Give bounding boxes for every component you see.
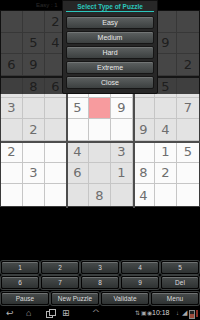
sudoku-app-screen: Easy : 1 25496928653597294243153618284 S… <box>0 0 200 320</box>
cell-r8c7[interactable]: 8 <box>133 163 155 185</box>
usb-icon: ⇅ <box>135 306 140 320</box>
cell-r6c8[interactable]: 4 <box>155 119 177 141</box>
action-button-menu[interactable]: Menu <box>151 292 199 305</box>
dialog-title: Select Type of Puzzle <box>63 3 157 10</box>
key-2[interactable]: 2 <box>41 261 79 274</box>
cell-r5c9[interactable]: 7 <box>177 98 199 120</box>
keypad-row-2: 6789Del <box>1 276 199 289</box>
cell-r7c6[interactable]: 3 <box>111 141 133 163</box>
dialog-title-divider <box>66 11 154 12</box>
cell-r7c8[interactable]: 1 <box>155 141 177 163</box>
action-button-new-puzzle[interactable]: New Puzzle <box>51 292 99 305</box>
download-icon: ↓ <box>176 306 179 320</box>
cell-r5c6[interactable]: 9 <box>111 98 133 120</box>
cell-r9c4[interactable] <box>67 184 89 206</box>
dialog-button-medium[interactable]: Medium <box>66 31 154 44</box>
cell-r5c1[interactable]: 3 <box>1 98 23 120</box>
action-button-validate[interactable]: Validate <box>101 292 149 305</box>
cell-r8c2[interactable]: 3 <box>23 163 45 185</box>
cell-r7c2[interactable] <box>23 141 45 163</box>
action-button-pause[interactable]: Pause <box>1 292 49 305</box>
cell-r5c5[interactable] <box>89 98 111 120</box>
recents-icon[interactable] <box>46 309 54 317</box>
home-icon[interactable]: ⌂ <box>26 306 31 320</box>
cell-r6c9[interactable] <box>177 119 199 141</box>
cell-r8c1[interactable] <box>1 163 23 185</box>
cell-r9c8[interactable] <box>155 184 177 206</box>
sdcard-icon: ▣ <box>141 306 147 320</box>
cell-r9c6[interactable] <box>111 184 133 206</box>
cell-r5c8[interactable] <box>155 98 177 120</box>
cell-r7c3[interactable] <box>45 141 67 163</box>
cell-r6c7[interactable]: 9 <box>133 119 155 141</box>
key-7[interactable]: 7 <box>41 276 79 289</box>
cell-r7c9[interactable]: 5 <box>177 141 199 163</box>
cell-r9c1[interactable] <box>1 184 23 206</box>
cell-r5c7[interactable] <box>133 98 155 120</box>
key-del[interactable]: Del <box>161 276 199 289</box>
dialog-button-easy[interactable]: Easy <box>66 16 154 29</box>
cell-r7c4[interactable]: 4 <box>67 141 89 163</box>
cell-r8c5[interactable] <box>89 163 111 185</box>
cell-r6c6[interactable] <box>111 119 133 141</box>
cell-r9c7[interactable]: 4 <box>133 184 155 206</box>
key-1[interactable]: 1 <box>1 261 39 274</box>
cell-r8c6[interactable]: 1 <box>111 163 133 185</box>
back-icon[interactable]: ↩ <box>6 306 14 320</box>
clock-time: 10:18 <box>152 306 170 320</box>
cell-r6c3[interactable] <box>45 119 67 141</box>
cell-r8c3[interactable] <box>45 163 67 185</box>
key-9[interactable]: 9 <box>121 276 159 289</box>
cell-r9c5[interactable]: 8 <box>89 184 111 206</box>
apps-grid-icon[interactable]: ⊞ <box>62 306 70 320</box>
cell-r6c4[interactable] <box>67 119 89 141</box>
cell-r7c1[interactable]: 2 <box>1 141 23 163</box>
action-bar: PauseNew PuzzleValidateMenu <box>1 292 199 305</box>
cell-r5c2[interactable] <box>23 98 45 120</box>
cell-r6c2[interactable]: 2 <box>23 119 45 141</box>
cell-r9c9[interactable] <box>177 184 199 206</box>
key-8[interactable]: 8 <box>81 276 119 289</box>
cell-r6c1[interactable] <box>1 119 23 141</box>
cell-r9c3[interactable] <box>45 184 67 206</box>
keypad-row-1: 12345 <box>1 261 199 274</box>
battery-icon <box>189 310 195 319</box>
cell-r7c5[interactable] <box>89 141 111 163</box>
select-puzzle-dialog: Select Type of Puzzle EasyMediumHardExtr… <box>62 0 158 94</box>
android-system-bar: ↩ ⌂ ⊞ ^ ⇅ ▣ ◉ 10:18 ↓ ◢ <box>0 306 200 320</box>
cell-r7c7[interactable] <box>133 141 155 163</box>
cell-r6c5[interactable] <box>89 119 111 141</box>
dialog-button-hard[interactable]: Hard <box>66 46 154 59</box>
dialog-button-extreme[interactable]: Extreme <box>66 61 154 74</box>
cell-r5c3[interactable] <box>45 98 67 120</box>
cell-r8c9[interactable] <box>177 163 199 185</box>
key-4[interactable]: 4 <box>121 261 159 274</box>
cell-r8c8[interactable]: 2 <box>155 163 177 185</box>
block-divider-horizontal-2 <box>1 141 200 143</box>
cell-r8c4[interactable]: 6 <box>67 163 89 185</box>
battery-alert-bar <box>196 310 198 317</box>
key-5[interactable]: 5 <box>161 261 199 274</box>
key-3[interactable]: 3 <box>81 261 119 274</box>
key-6[interactable]: 6 <box>1 276 39 289</box>
cell-r5c4[interactable]: 5 <box>67 98 89 120</box>
cell-r9c2[interactable] <box>23 184 45 206</box>
dialog-button-close[interactable]: Close <box>66 76 154 89</box>
chevron-up-icon[interactable]: ^ <box>92 306 99 318</box>
signal-icon: ◢ <box>182 306 187 320</box>
